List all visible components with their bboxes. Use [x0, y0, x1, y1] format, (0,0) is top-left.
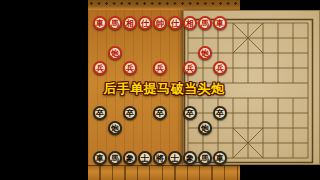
piece-black-general[interactable]: 將 [153, 151, 167, 165]
piece-red-elephant[interactable]: 相 [123, 16, 137, 30]
piece-black-chariot[interactable]: 車 [213, 151, 227, 165]
piece-red-chariot[interactable]: 車 [213, 16, 227, 30]
piece-black-advisor[interactable]: 士 [138, 151, 152, 165]
piece-red-cannon[interactable]: 炮 [198, 46, 212, 60]
piece-black-soldier[interactable]: 卒 [183, 106, 197, 120]
piece-black-cannon[interactable]: 炮 [198, 121, 212, 135]
piece-red-soldier[interactable]: 兵 [213, 61, 227, 75]
piece-black-horse[interactable]: 馬 [198, 151, 212, 165]
piece-black-horse[interactable]: 馬 [108, 151, 122, 165]
piece-red-horse[interactable]: 馬 [108, 16, 122, 30]
piece-black-soldier[interactable]: 卒 [93, 106, 107, 120]
piece-red-general[interactable]: 帥 [153, 16, 167, 30]
piece-red-soldier[interactable]: 兵 [123, 61, 137, 75]
piece-red-soldier[interactable]: 兵 [93, 61, 107, 75]
piece-red-elephant[interactable]: 相 [183, 16, 197, 30]
piece-red-advisor[interactable]: 仕 [138, 16, 152, 30]
piece-red-advisor[interactable]: 仕 [168, 16, 182, 30]
piece-black-advisor[interactable]: 士 [168, 151, 182, 165]
piece-red-chariot[interactable]: 車 [93, 16, 107, 30]
piece-black-elephant[interactable]: 象 [123, 151, 137, 165]
piece-red-cannon[interactable]: 炮 [108, 46, 122, 60]
piece-black-cannon[interactable]: 炮 [108, 121, 122, 135]
piece-black-soldier[interactable]: 卒 [153, 106, 167, 120]
piece-black-soldier[interactable]: 卒 [213, 106, 227, 120]
video-caption: 后手单提马破当头炮 [88, 80, 240, 98]
piece-black-elephant[interactable]: 象 [183, 151, 197, 165]
piece-red-soldier[interactable]: 兵 [183, 61, 197, 75]
piece-red-soldier[interactable]: 兵 [153, 61, 167, 75]
piece-black-chariot[interactable]: 車 [93, 151, 107, 165]
piece-black-soldier[interactable]: 卒 [123, 106, 137, 120]
piece-red-horse[interactable]: 馬 [198, 16, 212, 30]
